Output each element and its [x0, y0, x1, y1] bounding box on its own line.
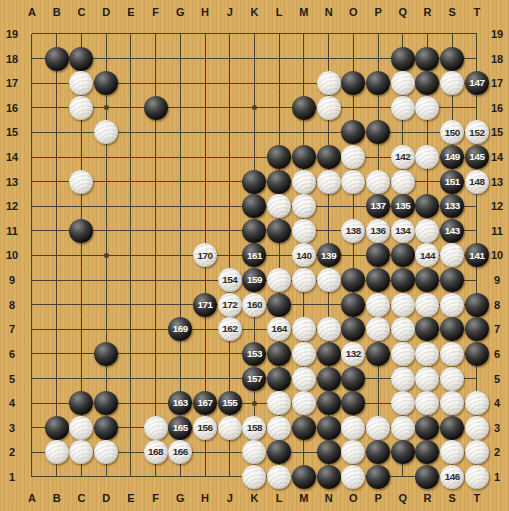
intersection-P14[interactable]: [366, 145, 391, 170]
intersection-B19[interactable]: [44, 22, 69, 47]
intersection-S11[interactable]: 143: [440, 219, 465, 244]
intersection-D19[interactable]: [94, 22, 119, 47]
intersection-F16[interactable]: [143, 96, 168, 121]
intersection-B14[interactable]: [44, 145, 69, 170]
intersection-R16[interactable]: [415, 96, 440, 121]
intersection-H3[interactable]: 156: [193, 415, 218, 440]
intersection-A16[interactable]: [20, 96, 45, 121]
intersection-E9[interactable]: [119, 268, 144, 293]
intersection-A4[interactable]: [20, 391, 45, 416]
intersection-E6[interactable]: [119, 342, 144, 367]
intersection-N2[interactable]: [316, 440, 341, 465]
intersection-N6[interactable]: [316, 342, 341, 367]
intersection-G15[interactable]: [168, 120, 193, 145]
intersection-J14[interactable]: [217, 145, 242, 170]
intersection-Q4[interactable]: [390, 391, 415, 416]
intersection-Q13[interactable]: [390, 169, 415, 194]
intersection-L14[interactable]: [267, 145, 292, 170]
intersection-B8[interactable]: [44, 292, 69, 317]
intersection-T6[interactable]: [465, 342, 490, 367]
intersection-S18[interactable]: [440, 46, 465, 71]
intersection-R17[interactable]: [415, 71, 440, 96]
intersection-D14[interactable]: [94, 145, 119, 170]
intersection-P15[interactable]: [366, 120, 391, 145]
intersection-A9[interactable]: [20, 268, 45, 293]
intersection-K3[interactable]: 158: [242, 415, 267, 440]
intersection-M8[interactable]: [292, 292, 317, 317]
intersection-C18[interactable]: [69, 46, 94, 71]
intersection-J6[interactable]: [217, 342, 242, 367]
intersection-R3[interactable]: [415, 415, 440, 440]
intersection-G9[interactable]: [168, 268, 193, 293]
intersection-O16[interactable]: [341, 96, 366, 121]
intersection-S3[interactable]: [440, 415, 465, 440]
intersection-N5[interactable]: [316, 366, 341, 391]
intersection-C4[interactable]: [69, 391, 94, 416]
intersection-C3[interactable]: [69, 415, 94, 440]
intersection-P5[interactable]: [366, 366, 391, 391]
intersection-T17[interactable]: 147: [465, 71, 490, 96]
intersection-B17[interactable]: [44, 71, 69, 96]
intersection-O5[interactable]: [341, 366, 366, 391]
intersection-L19[interactable]: [267, 22, 292, 47]
intersection-O19[interactable]: [341, 22, 366, 47]
intersection-Q14[interactable]: 142: [390, 145, 415, 170]
intersection-B15[interactable]: [44, 120, 69, 145]
intersection-E18[interactable]: [119, 46, 144, 71]
intersection-P6[interactable]: [366, 342, 391, 367]
intersection-C2[interactable]: [69, 440, 94, 465]
intersection-E3[interactable]: [119, 415, 144, 440]
intersection-R18[interactable]: [415, 46, 440, 71]
intersection-T3[interactable]: [465, 415, 490, 440]
intersection-K13[interactable]: [242, 169, 267, 194]
intersection-A2[interactable]: [20, 440, 45, 465]
intersection-G12[interactable]: [168, 194, 193, 219]
intersection-O15[interactable]: [341, 120, 366, 145]
intersection-P3[interactable]: [366, 415, 391, 440]
intersection-S2[interactable]: [440, 440, 465, 465]
intersection-K14[interactable]: [242, 145, 267, 170]
intersection-K10[interactable]: 161: [242, 243, 267, 268]
intersection-T1[interactable]: [465, 465, 490, 490]
intersection-A12[interactable]: [20, 194, 45, 219]
intersection-O12[interactable]: [341, 194, 366, 219]
intersection-A15[interactable]: [20, 120, 45, 145]
intersection-F1[interactable]: [143, 465, 168, 490]
intersection-P9[interactable]: [366, 268, 391, 293]
intersection-Q12[interactable]: 135: [390, 194, 415, 219]
intersection-B7[interactable]: [44, 317, 69, 342]
intersection-N12[interactable]: [316, 194, 341, 219]
intersection-O4[interactable]: [341, 391, 366, 416]
intersection-Q5[interactable]: [390, 366, 415, 391]
intersection-A13[interactable]: [20, 169, 45, 194]
intersection-T18[interactable]: [465, 46, 490, 71]
intersection-L15[interactable]: [267, 120, 292, 145]
intersection-F6[interactable]: [143, 342, 168, 367]
intersection-J16[interactable]: [217, 96, 242, 121]
intersection-J18[interactable]: [217, 46, 242, 71]
intersection-L13[interactable]: [267, 169, 292, 194]
intersection-H9[interactable]: [193, 268, 218, 293]
intersection-C15[interactable]: [69, 120, 94, 145]
intersection-T15[interactable]: 152: [465, 120, 490, 145]
intersection-E2[interactable]: [119, 440, 144, 465]
intersection-L3[interactable]: [267, 415, 292, 440]
intersection-E5[interactable]: [119, 366, 144, 391]
intersection-J4[interactable]: 155: [217, 391, 242, 416]
intersection-J9[interactable]: 154: [217, 268, 242, 293]
intersection-H17[interactable]: [193, 71, 218, 96]
intersection-C14[interactable]: [69, 145, 94, 170]
intersection-S9[interactable]: [440, 268, 465, 293]
intersection-O17[interactable]: [341, 71, 366, 96]
intersection-F15[interactable]: [143, 120, 168, 145]
intersection-O8[interactable]: [341, 292, 366, 317]
intersection-B18[interactable]: [44, 46, 69, 71]
intersection-B9[interactable]: [44, 268, 69, 293]
intersection-A11[interactable]: [20, 219, 45, 244]
intersection-R5[interactable]: [415, 366, 440, 391]
intersection-C17[interactable]: [69, 71, 94, 96]
intersection-J12[interactable]: [217, 194, 242, 219]
intersection-Q2[interactable]: [390, 440, 415, 465]
intersection-D10[interactable]: [94, 243, 119, 268]
intersection-E4[interactable]: [119, 391, 144, 416]
intersection-K2[interactable]: [242, 440, 267, 465]
intersection-A8[interactable]: [20, 292, 45, 317]
intersection-G4[interactable]: 163: [168, 391, 193, 416]
intersection-H10[interactable]: 170: [193, 243, 218, 268]
intersection-S16[interactable]: [440, 96, 465, 121]
intersection-K11[interactable]: [242, 219, 267, 244]
intersection-N13[interactable]: [316, 169, 341, 194]
intersection-S17[interactable]: [440, 71, 465, 96]
intersection-F13[interactable]: [143, 169, 168, 194]
intersection-N19[interactable]: [316, 22, 341, 47]
intersection-H11[interactable]: [193, 219, 218, 244]
intersection-E15[interactable]: [119, 120, 144, 145]
intersection-M3[interactable]: [292, 415, 317, 440]
intersection-P13[interactable]: [366, 169, 391, 194]
intersection-G1[interactable]: [168, 465, 193, 490]
intersection-C5[interactable]: [69, 366, 94, 391]
intersection-M18[interactable]: [292, 46, 317, 71]
intersection-A3[interactable]: [20, 415, 45, 440]
intersection-S19[interactable]: [440, 22, 465, 47]
intersection-H4[interactable]: 167: [193, 391, 218, 416]
intersection-B12[interactable]: [44, 194, 69, 219]
intersection-G11[interactable]: [168, 219, 193, 244]
intersection-T8[interactable]: [465, 292, 490, 317]
intersection-J13[interactable]: [217, 169, 242, 194]
intersection-E1[interactable]: [119, 465, 144, 490]
intersection-C6[interactable]: [69, 342, 94, 367]
intersection-N15[interactable]: [316, 120, 341, 145]
intersection-S15[interactable]: 150: [440, 120, 465, 145]
intersection-N8[interactable]: [316, 292, 341, 317]
intersection-N17[interactable]: [316, 71, 341, 96]
intersection-D2[interactable]: [94, 440, 119, 465]
intersection-T12[interactable]: [465, 194, 490, 219]
intersection-T4[interactable]: [465, 391, 490, 416]
intersection-K5[interactable]: 157: [242, 366, 267, 391]
intersection-G2[interactable]: 166: [168, 440, 193, 465]
intersection-N3[interactable]: [316, 415, 341, 440]
intersection-D17[interactable]: [94, 71, 119, 96]
intersection-O13[interactable]: [341, 169, 366, 194]
intersection-M10[interactable]: 140: [292, 243, 317, 268]
intersection-F19[interactable]: [143, 22, 168, 47]
intersection-J3[interactable]: [217, 415, 242, 440]
intersection-A10[interactable]: [20, 243, 45, 268]
intersection-M15[interactable]: [292, 120, 317, 145]
intersection-T5[interactable]: [465, 366, 490, 391]
intersection-R10[interactable]: 144: [415, 243, 440, 268]
intersection-D8[interactable]: [94, 292, 119, 317]
intersection-A17[interactable]: [20, 71, 45, 96]
intersection-T7[interactable]: [465, 317, 490, 342]
intersection-R2[interactable]: [415, 440, 440, 465]
intersection-D1[interactable]: [94, 465, 119, 490]
intersection-Q3[interactable]: [390, 415, 415, 440]
intersection-K7[interactable]: [242, 317, 267, 342]
intersection-L7[interactable]: 164: [267, 317, 292, 342]
intersection-H1[interactable]: [193, 465, 218, 490]
intersection-R7[interactable]: [415, 317, 440, 342]
intersection-M1[interactable]: [292, 465, 317, 490]
intersection-T16[interactable]: [465, 96, 490, 121]
intersection-D7[interactable]: [94, 317, 119, 342]
intersection-G18[interactable]: [168, 46, 193, 71]
intersection-M2[interactable]: [292, 440, 317, 465]
intersection-O11[interactable]: 138: [341, 219, 366, 244]
intersection-C9[interactable]: [69, 268, 94, 293]
intersection-A5[interactable]: [20, 366, 45, 391]
intersection-B3[interactable]: [44, 415, 69, 440]
intersection-J2[interactable]: [217, 440, 242, 465]
intersection-M13[interactable]: [292, 169, 317, 194]
intersection-N4[interactable]: [316, 391, 341, 416]
intersection-R6[interactable]: [415, 342, 440, 367]
intersection-J19[interactable]: [217, 22, 242, 47]
intersection-D13[interactable]: [94, 169, 119, 194]
intersection-F17[interactable]: [143, 71, 168, 96]
intersection-R4[interactable]: [415, 391, 440, 416]
intersection-E17[interactable]: [119, 71, 144, 96]
intersection-B4[interactable]: [44, 391, 69, 416]
intersection-P12[interactable]: 137: [366, 194, 391, 219]
intersection-L1[interactable]: [267, 465, 292, 490]
intersection-O14[interactable]: [341, 145, 366, 170]
intersection-C1[interactable]: [69, 465, 94, 490]
intersection-K1[interactable]: [242, 465, 267, 490]
intersection-S14[interactable]: 149: [440, 145, 465, 170]
intersection-D16[interactable]: [94, 96, 119, 121]
intersection-K9[interactable]: 159: [242, 268, 267, 293]
intersection-N9[interactable]: [316, 268, 341, 293]
intersection-F2[interactable]: 168: [143, 440, 168, 465]
intersection-K19[interactable]: [242, 22, 267, 47]
intersection-O2[interactable]: [341, 440, 366, 465]
intersection-B10[interactable]: [44, 243, 69, 268]
intersection-K4[interactable]: [242, 391, 267, 416]
intersection-K8[interactable]: 160: [242, 292, 267, 317]
intersection-H13[interactable]: [193, 169, 218, 194]
intersection-T19[interactable]: [465, 22, 490, 47]
intersection-F11[interactable]: [143, 219, 168, 244]
intersection-C7[interactable]: [69, 317, 94, 342]
intersection-C12[interactable]: [69, 194, 94, 219]
intersection-M6[interactable]: [292, 342, 317, 367]
intersection-R12[interactable]: [415, 194, 440, 219]
intersection-A1[interactable]: [20, 465, 45, 490]
intersection-L6[interactable]: [267, 342, 292, 367]
intersection-F4[interactable]: [143, 391, 168, 416]
intersection-A6[interactable]: [20, 342, 45, 367]
intersection-G17[interactable]: [168, 71, 193, 96]
intersection-Q11[interactable]: 134: [390, 219, 415, 244]
intersection-S13[interactable]: 151: [440, 169, 465, 194]
intersection-T2[interactable]: [465, 440, 490, 465]
intersection-H18[interactable]: [193, 46, 218, 71]
intersection-D9[interactable]: [94, 268, 119, 293]
intersection-B13[interactable]: [44, 169, 69, 194]
intersection-G5[interactable]: [168, 366, 193, 391]
intersection-J17[interactable]: [217, 71, 242, 96]
intersection-G8[interactable]: [168, 292, 193, 317]
intersection-N7[interactable]: [316, 317, 341, 342]
intersection-Q17[interactable]: [390, 71, 415, 96]
intersection-F5[interactable]: [143, 366, 168, 391]
intersection-L4[interactable]: [267, 391, 292, 416]
intersection-K18[interactable]: [242, 46, 267, 71]
intersection-R9[interactable]: [415, 268, 440, 293]
intersection-R15[interactable]: [415, 120, 440, 145]
intersection-J11[interactable]: [217, 219, 242, 244]
intersection-H5[interactable]: [193, 366, 218, 391]
intersection-M11[interactable]: [292, 219, 317, 244]
intersection-O3[interactable]: [341, 415, 366, 440]
intersection-C10[interactable]: [69, 243, 94, 268]
intersection-R1[interactable]: [415, 465, 440, 490]
intersection-B2[interactable]: [44, 440, 69, 465]
intersection-A18[interactable]: [20, 46, 45, 71]
intersection-J15[interactable]: [217, 120, 242, 145]
intersection-D5[interactable]: [94, 366, 119, 391]
intersection-F3[interactable]: [143, 415, 168, 440]
intersection-Q9[interactable]: [390, 268, 415, 293]
intersection-G3[interactable]: 165: [168, 415, 193, 440]
intersection-Q16[interactable]: [390, 96, 415, 121]
intersection-O1[interactable]: [341, 465, 366, 490]
intersection-R8[interactable]: [415, 292, 440, 317]
intersection-M16[interactable]: [292, 96, 317, 121]
intersection-D6[interactable]: [94, 342, 119, 367]
intersection-H14[interactable]: [193, 145, 218, 170]
intersection-T11[interactable]: [465, 219, 490, 244]
intersection-H2[interactable]: [193, 440, 218, 465]
intersection-C16[interactable]: [69, 96, 94, 121]
intersection-S8[interactable]: [440, 292, 465, 317]
intersection-T10[interactable]: 141: [465, 243, 490, 268]
intersection-H16[interactable]: [193, 96, 218, 121]
intersection-S1[interactable]: 146: [440, 465, 465, 490]
intersection-C8[interactable]: [69, 292, 94, 317]
intersection-N10[interactable]: 139: [316, 243, 341, 268]
intersection-D15[interactable]: [94, 120, 119, 145]
intersection-F18[interactable]: [143, 46, 168, 71]
intersection-Q10[interactable]: [390, 243, 415, 268]
intersection-P4[interactable]: [366, 391, 391, 416]
intersection-L10[interactable]: [267, 243, 292, 268]
intersection-H12[interactable]: [193, 194, 218, 219]
intersection-Q8[interactable]: [390, 292, 415, 317]
intersection-N18[interactable]: [316, 46, 341, 71]
intersection-L8[interactable]: [267, 292, 292, 317]
intersection-K15[interactable]: [242, 120, 267, 145]
intersection-J1[interactable]: [217, 465, 242, 490]
intersection-T14[interactable]: 145: [465, 145, 490, 170]
intersection-E12[interactable]: [119, 194, 144, 219]
intersection-J5[interactable]: [217, 366, 242, 391]
intersection-S10[interactable]: [440, 243, 465, 268]
intersection-F7[interactable]: [143, 317, 168, 342]
intersection-T9[interactable]: [465, 268, 490, 293]
intersection-E7[interactable]: [119, 317, 144, 342]
intersection-M14[interactable]: [292, 145, 317, 170]
intersection-H8[interactable]: 171: [193, 292, 218, 317]
intersection-R11[interactable]: [415, 219, 440, 244]
intersection-E8[interactable]: [119, 292, 144, 317]
intersection-P1[interactable]: [366, 465, 391, 490]
intersection-M7[interactable]: [292, 317, 317, 342]
intersection-L12[interactable]: [267, 194, 292, 219]
intersection-G19[interactable]: [168, 22, 193, 47]
intersection-K6[interactable]: 153: [242, 342, 267, 367]
intersection-J7[interactable]: 162: [217, 317, 242, 342]
intersection-Q7[interactable]: [390, 317, 415, 342]
intersection-Q19[interactable]: [390, 22, 415, 47]
intersection-E16[interactable]: [119, 96, 144, 121]
intersection-E11[interactable]: [119, 219, 144, 244]
intersection-H15[interactable]: [193, 120, 218, 145]
intersection-K17[interactable]: [242, 71, 267, 96]
intersection-P17[interactable]: [366, 71, 391, 96]
intersection-E13[interactable]: [119, 169, 144, 194]
intersection-C19[interactable]: [69, 22, 94, 47]
intersection-L9[interactable]: [267, 268, 292, 293]
intersection-H7[interactable]: [193, 317, 218, 342]
intersection-D18[interactable]: [94, 46, 119, 71]
intersection-O10[interactable]: [341, 243, 366, 268]
intersection-N16[interactable]: [316, 96, 341, 121]
intersection-B1[interactable]: [44, 465, 69, 490]
intersection-C11[interactable]: [69, 219, 94, 244]
intersection-A14[interactable]: [20, 145, 45, 170]
intersection-M12[interactable]: [292, 194, 317, 219]
intersection-H6[interactable]: [193, 342, 218, 367]
intersection-G10[interactable]: [168, 243, 193, 268]
intersection-M19[interactable]: [292, 22, 317, 47]
intersection-F12[interactable]: [143, 194, 168, 219]
intersection-R19[interactable]: [415, 22, 440, 47]
intersection-L17[interactable]: [267, 71, 292, 96]
intersection-S5[interactable]: [440, 366, 465, 391]
intersection-G7[interactable]: 169: [168, 317, 193, 342]
intersection-G6[interactable]: [168, 342, 193, 367]
